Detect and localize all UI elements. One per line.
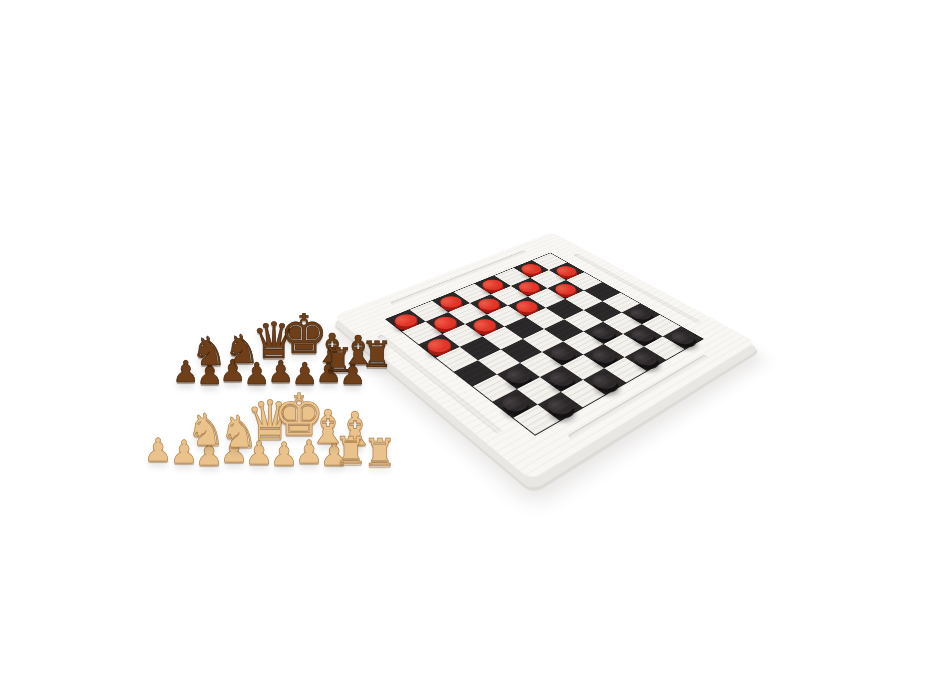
dark-knight: ♞: [191, 331, 227, 371]
dark-pawn: ♟: [244, 359, 271, 389]
checkerboard-grid: [385, 253, 704, 436]
dark-pawn: ♟: [197, 359, 224, 389]
dark-pawn: ♟: [292, 359, 319, 389]
dark-pawn: ♟: [268, 357, 295, 387]
board-perspective-wrap: [333, 232, 756, 481]
board-perspective-rotor: [386, 171, 701, 486]
light-queen: ♛: [246, 394, 294, 448]
light-pawn: ♟: [144, 434, 173, 466]
light-bishop: ♝: [334, 406, 375, 452]
dark-pawn: ♟: [340, 359, 367, 389]
light-pawn: ♟: [245, 437, 274, 469]
product-photo-scene: ♟♟♟♟♟♟♟♟♞♞♛♚♝♝♜♜ ♟♟♟♟♟♟♟♟♞♞♛♚♝♝♜♜: [0, 0, 928, 686]
light-pawn: ♟: [220, 435, 249, 467]
dark-queen: ♛: [252, 316, 297, 366]
light-pawn: ♟: [270, 438, 299, 470]
light-pawn: ♟: [295, 436, 324, 468]
checkers-board: [333, 232, 756, 481]
light-bishop: ♝: [307, 404, 348, 450]
light-king: ♚: [273, 386, 325, 444]
dark-pawn: ♟: [220, 356, 247, 386]
dark-pawn: ♟: [316, 357, 343, 387]
light-knight: ♞: [219, 410, 258, 454]
light-knight: ♞: [186, 408, 225, 452]
light-pawn: ♟: [170, 436, 199, 468]
light-rook: ♜: [334, 432, 368, 470]
dark-king: ♚: [280, 308, 328, 362]
dark-bishop: ♝: [314, 328, 350, 368]
light-pawn: ♟: [195, 438, 224, 470]
dark-rook: ♜: [323, 343, 353, 377]
dark-pawn: ♟: [173, 357, 200, 387]
dark-knight: ♞: [224, 329, 260, 369]
light-pawn: ♟: [320, 438, 349, 470]
